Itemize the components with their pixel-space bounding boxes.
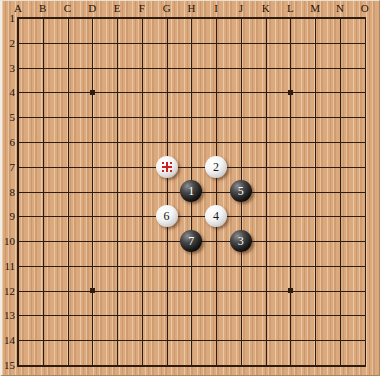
intersection-I8[interactable] <box>204 179 229 204</box>
intersection-B4[interactable] <box>30 80 55 105</box>
intersection-G3[interactable] <box>154 55 179 80</box>
intersection-I12[interactable] <box>204 278 229 303</box>
intersection-E14[interactable] <box>105 328 130 353</box>
intersection-M7[interactable] <box>303 154 328 179</box>
intersection-O8[interactable] <box>352 179 377 204</box>
intersection-M11[interactable] <box>303 253 328 278</box>
intersection-A9[interactable] <box>6 204 31 229</box>
intersection-F13[interactable] <box>129 303 154 328</box>
intersection-A5[interactable] <box>6 105 31 130</box>
intersection-H13[interactable] <box>179 303 204 328</box>
intersection-L8[interactable] <box>278 179 303 204</box>
intersection-N12[interactable] <box>328 278 353 303</box>
intersection-F14[interactable] <box>129 328 154 353</box>
intersection-N14[interactable] <box>328 328 353 353</box>
intersection-H7[interactable] <box>179 154 204 179</box>
intersection-B9[interactable] <box>30 204 55 229</box>
intersection-O5[interactable] <box>352 105 377 130</box>
intersection-B11[interactable] <box>30 253 55 278</box>
intersection-I6[interactable] <box>204 130 229 155</box>
intersection-F2[interactable] <box>129 30 154 55</box>
intersection-I13[interactable] <box>204 303 229 328</box>
intersection-L6[interactable] <box>278 130 303 155</box>
intersection-L1[interactable] <box>278 6 303 31</box>
intersection-J9[interactable] <box>228 204 253 229</box>
intersection-J11[interactable] <box>228 253 253 278</box>
intersection-O3[interactable] <box>352 55 377 80</box>
intersection-N2[interactable] <box>328 30 353 55</box>
intersection-N9[interactable] <box>328 204 353 229</box>
intersection-L3[interactable] <box>278 55 303 80</box>
intersection-J4[interactable] <box>228 80 253 105</box>
intersection-I14[interactable] <box>204 328 229 353</box>
intersection-G9[interactable]: 6 <box>154 204 179 229</box>
intersection-A10[interactable] <box>6 229 31 254</box>
intersection-E1[interactable] <box>105 6 130 31</box>
intersection-J6[interactable] <box>228 130 253 155</box>
intersection-M8[interactable] <box>303 179 328 204</box>
intersection-E3[interactable] <box>105 55 130 80</box>
intersection-B6[interactable] <box>30 130 55 155</box>
intersection-M15[interactable] <box>303 353 328 376</box>
intersection-B14[interactable] <box>30 328 55 353</box>
intersection-L7[interactable] <box>278 154 303 179</box>
intersection-K6[interactable] <box>253 130 278 155</box>
intersection-K13[interactable] <box>253 303 278 328</box>
intersection-J10[interactable]: 3 <box>228 229 253 254</box>
intersection-D14[interactable] <box>80 328 105 353</box>
intersection-B7[interactable] <box>30 154 55 179</box>
stone-white-6: 6 <box>156 205 178 227</box>
intersection-F7[interactable] <box>129 154 154 179</box>
intersection-K9[interactable] <box>253 204 278 229</box>
intersection-J8[interactable]: 5 <box>228 179 253 204</box>
intersection-N8[interactable] <box>328 179 353 204</box>
intersection-H12[interactable] <box>179 278 204 303</box>
intersection-M4[interactable] <box>303 80 328 105</box>
intersection-H3[interactable] <box>179 55 204 80</box>
intersection-L5[interactable] <box>278 105 303 130</box>
intersection-A11[interactable] <box>6 253 31 278</box>
intersection-G12[interactable] <box>154 278 179 303</box>
intersection-A4[interactable] <box>6 80 31 105</box>
intersection-L11[interactable] <box>278 253 303 278</box>
stone-black-7: 7 <box>180 230 202 252</box>
intersection-I4[interactable] <box>204 80 229 105</box>
intersection-A15[interactable] <box>6 353 31 376</box>
stone-white-4: 4 <box>205 205 227 227</box>
stone-black-5: 5 <box>230 180 252 202</box>
intersection-G4[interactable] <box>154 80 179 105</box>
intersection-M1[interactable] <box>303 6 328 31</box>
intersection-C5[interactable] <box>55 105 80 130</box>
intersection-N3[interactable] <box>328 55 353 80</box>
intersection-I10[interactable] <box>204 229 229 254</box>
intersection-H4[interactable] <box>179 80 204 105</box>
intersection-L14[interactable] <box>278 328 303 353</box>
board-cells: 2156473 <box>6 6 377 376</box>
intersection-E15[interactable] <box>105 353 130 376</box>
intersection-K15[interactable] <box>253 353 278 376</box>
intersection-G6[interactable] <box>154 130 179 155</box>
intersection-K7[interactable] <box>253 154 278 179</box>
intersection-J1[interactable] <box>228 6 253 31</box>
intersection-B12[interactable] <box>30 278 55 303</box>
intersection-L10[interactable] <box>278 229 303 254</box>
intersection-F4[interactable] <box>129 80 154 105</box>
intersection-M3[interactable] <box>303 55 328 80</box>
intersection-J3[interactable] <box>228 55 253 80</box>
intersection-J15[interactable] <box>228 353 253 376</box>
intersection-I1[interactable] <box>204 6 229 31</box>
intersection-D9[interactable] <box>80 204 105 229</box>
intersection-J13[interactable] <box>228 303 253 328</box>
intersection-O7[interactable] <box>352 154 377 179</box>
stone-black-3: 3 <box>230 230 252 252</box>
intersection-J12[interactable] <box>228 278 253 303</box>
red-cross-mark <box>160 160 174 174</box>
intersection-L12[interactable] <box>278 278 303 303</box>
intersection-D12[interactable] <box>80 278 105 303</box>
intersection-I11[interactable] <box>204 253 229 278</box>
intersection-L2[interactable] <box>278 30 303 55</box>
intersection-C3[interactable] <box>55 55 80 80</box>
intersection-G14[interactable] <box>154 328 179 353</box>
intersection-M9[interactable] <box>303 204 328 229</box>
intersection-C7[interactable] <box>55 154 80 179</box>
intersection-D2[interactable] <box>80 30 105 55</box>
intersection-L13[interactable] <box>278 303 303 328</box>
intersection-M12[interactable] <box>303 278 328 303</box>
intersection-H1[interactable] <box>179 6 204 31</box>
intersection-H2[interactable] <box>179 30 204 55</box>
intersection-E2[interactable] <box>105 30 130 55</box>
intersection-E10[interactable] <box>105 229 130 254</box>
intersection-A3[interactable] <box>6 55 31 80</box>
intersection-D3[interactable] <box>80 55 105 80</box>
intersection-L4[interactable] <box>278 80 303 105</box>
intersection-A2[interactable] <box>6 30 31 55</box>
intersection-O11[interactable] <box>352 253 377 278</box>
intersection-C11[interactable] <box>55 253 80 278</box>
intersection-O6[interactable] <box>352 130 377 155</box>
intersection-H9[interactable] <box>179 204 204 229</box>
intersection-G13[interactable] <box>154 303 179 328</box>
intersection-C13[interactable] <box>55 303 80 328</box>
intersection-D1[interactable] <box>80 6 105 31</box>
intersection-H6[interactable] <box>179 130 204 155</box>
intersection-F1[interactable] <box>129 6 154 31</box>
intersection-K3[interactable] <box>253 55 278 80</box>
intersection-I7[interactable]: 2 <box>204 154 229 179</box>
intersection-A8[interactable] <box>6 179 31 204</box>
intersection-I3[interactable] <box>204 55 229 80</box>
intersection-O10[interactable] <box>352 229 377 254</box>
intersection-A12[interactable] <box>6 278 31 303</box>
intersection-F3[interactable] <box>129 55 154 80</box>
intersection-E11[interactable] <box>105 253 130 278</box>
intersection-C10[interactable] <box>55 229 80 254</box>
intersection-F9[interactable] <box>129 204 154 229</box>
intersection-F10[interactable] <box>129 229 154 254</box>
intersection-B5[interactable] <box>30 105 55 130</box>
intersection-E6[interactable] <box>105 130 130 155</box>
intersection-H5[interactable] <box>179 105 204 130</box>
intersection-I5[interactable] <box>204 105 229 130</box>
intersection-E4[interactable] <box>105 80 130 105</box>
stone-white-marked <box>156 156 178 178</box>
intersection-N11[interactable] <box>328 253 353 278</box>
intersection-K5[interactable] <box>253 105 278 130</box>
intersection-E7[interactable] <box>105 154 130 179</box>
intersection-E12[interactable] <box>105 278 130 303</box>
intersection-A6[interactable] <box>6 130 31 155</box>
intersection-D5[interactable] <box>80 105 105 130</box>
intersection-F6[interactable] <box>129 130 154 155</box>
intersection-J14[interactable] <box>228 328 253 353</box>
intersection-N1[interactable] <box>328 6 353 31</box>
intersection-M14[interactable] <box>303 328 328 353</box>
intersection-C1[interactable] <box>55 6 80 31</box>
intersection-D13[interactable] <box>80 303 105 328</box>
intersection-K1[interactable] <box>253 6 278 31</box>
intersection-K12[interactable] <box>253 278 278 303</box>
intersection-L15[interactable] <box>278 353 303 376</box>
intersection-N10[interactable] <box>328 229 353 254</box>
intersection-B8[interactable] <box>30 179 55 204</box>
intersection-E9[interactable] <box>105 204 130 229</box>
intersection-C9[interactable] <box>55 204 80 229</box>
intersection-G15[interactable] <box>154 353 179 376</box>
intersection-C8[interactable] <box>55 179 80 204</box>
intersection-K14[interactable] <box>253 328 278 353</box>
intersection-B15[interactable] <box>30 353 55 376</box>
intersection-M2[interactable] <box>303 30 328 55</box>
intersection-O9[interactable] <box>352 204 377 229</box>
intersection-N7[interactable] <box>328 154 353 179</box>
intersection-O14[interactable] <box>352 328 377 353</box>
intersection-K8[interactable] <box>253 179 278 204</box>
intersection-E13[interactable] <box>105 303 130 328</box>
stone-white-2: 2 <box>205 156 227 178</box>
intersection-D7[interactable] <box>80 154 105 179</box>
intersection-D8[interactable] <box>80 179 105 204</box>
intersection-D15[interactable] <box>80 353 105 376</box>
intersection-D10[interactable] <box>80 229 105 254</box>
intersection-J5[interactable] <box>228 105 253 130</box>
intersection-H10[interactable]: 7 <box>179 229 204 254</box>
intersection-F5[interactable] <box>129 105 154 130</box>
intersection-G5[interactable] <box>154 105 179 130</box>
intersection-G10[interactable] <box>154 229 179 254</box>
intersection-C6[interactable] <box>55 130 80 155</box>
intersection-C12[interactable] <box>55 278 80 303</box>
intersection-B10[interactable] <box>30 229 55 254</box>
intersection-I15[interactable] <box>204 353 229 376</box>
intersection-B3[interactable] <box>30 55 55 80</box>
intersection-K2[interactable] <box>253 30 278 55</box>
intersection-O15[interactable] <box>352 353 377 376</box>
intersection-E5[interactable] <box>105 105 130 130</box>
intersection-J2[interactable] <box>228 30 253 55</box>
intersection-H15[interactable] <box>179 353 204 376</box>
intersection-B13[interactable] <box>30 303 55 328</box>
intersection-M5[interactable] <box>303 105 328 130</box>
intersection-O12[interactable] <box>352 278 377 303</box>
intersection-N5[interactable] <box>328 105 353 130</box>
intersection-K4[interactable] <box>253 80 278 105</box>
intersection-B2[interactable] <box>30 30 55 55</box>
intersection-G1[interactable] <box>154 6 179 31</box>
intersection-O13[interactable] <box>352 303 377 328</box>
intersection-O1[interactable] <box>352 6 377 31</box>
intersection-A13[interactable] <box>6 303 31 328</box>
intersection-C4[interactable] <box>55 80 80 105</box>
intersection-F8[interactable] <box>129 179 154 204</box>
intersection-N15[interactable] <box>328 353 353 376</box>
intersection-F12[interactable] <box>129 278 154 303</box>
intersection-D4[interactable] <box>80 80 105 105</box>
intersection-D11[interactable] <box>80 253 105 278</box>
intersection-N6[interactable] <box>328 130 353 155</box>
intersection-O4[interactable] <box>352 80 377 105</box>
intersection-K10[interactable] <box>253 229 278 254</box>
intersection-L9[interactable] <box>278 204 303 229</box>
intersection-G2[interactable] <box>154 30 179 55</box>
intersection-D6[interactable] <box>80 130 105 155</box>
intersection-B1[interactable] <box>30 6 55 31</box>
intersection-G8[interactable] <box>154 179 179 204</box>
intersection-C2[interactable] <box>55 30 80 55</box>
stone-black-1: 1 <box>180 180 202 202</box>
go-board: ABCDEFGHIJKLMNO 123456789101112131415 21… <box>0 0 380 376</box>
intersection-A14[interactable] <box>6 328 31 353</box>
intersection-M10[interactable] <box>303 229 328 254</box>
intersection-H14[interactable] <box>179 328 204 353</box>
renju-diagram: ABCDEFGHIJKLMNO 123456789101112131415 21… <box>0 0 380 376</box>
intersection-H11[interactable] <box>179 253 204 278</box>
intersection-N13[interactable] <box>328 303 353 328</box>
intersection-C15[interactable] <box>55 353 80 376</box>
intersection-E8[interactable] <box>105 179 130 204</box>
intersection-A1[interactable] <box>6 6 31 31</box>
intersection-I9[interactable]: 4 <box>204 204 229 229</box>
intersection-N4[interactable] <box>328 80 353 105</box>
intersection-C14[interactable] <box>55 328 80 353</box>
intersection-A7[interactable] <box>6 154 31 179</box>
intersection-J7[interactable] <box>228 154 253 179</box>
intersection-M6[interactable] <box>303 130 328 155</box>
intersection-F15[interactable] <box>129 353 154 376</box>
intersection-M13[interactable] <box>303 303 328 328</box>
intersection-O2[interactable] <box>352 30 377 55</box>
intersection-G11[interactable] <box>154 253 179 278</box>
intersection-G7[interactable] <box>154 154 179 179</box>
intersection-I2[interactable] <box>204 30 229 55</box>
intersection-K11[interactable] <box>253 253 278 278</box>
intersection-H8[interactable]: 1 <box>179 179 204 204</box>
intersection-F11[interactable] <box>129 253 154 278</box>
